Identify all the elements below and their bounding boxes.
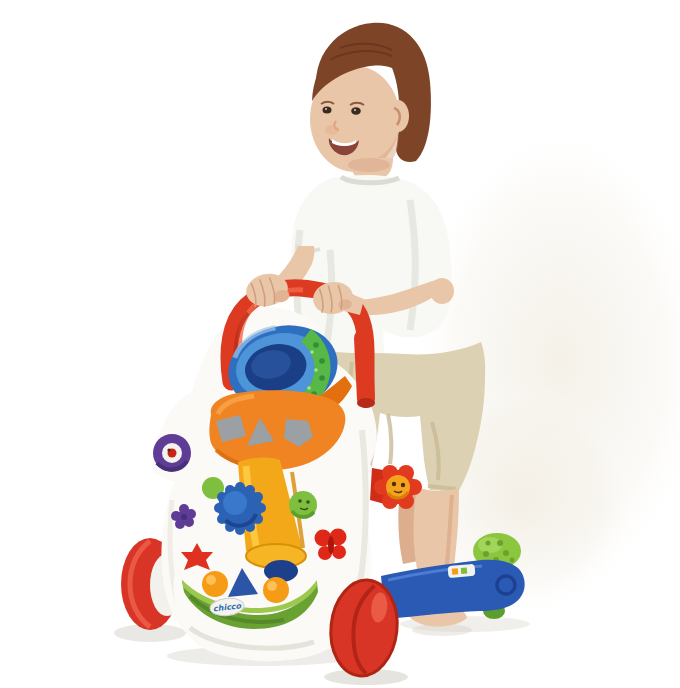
butterfly-button bbox=[315, 529, 347, 561]
neck-shadow bbox=[348, 158, 390, 172]
handle-right-tip bbox=[357, 398, 375, 408]
bar-button-chip bbox=[448, 564, 476, 578]
ladybug-wheel bbox=[153, 434, 191, 472]
orange-ball-2 bbox=[263, 577, 289, 603]
photo-canvas: chicco bbox=[0, 0, 680, 688]
product-photo: chicco bbox=[0, 0, 680, 688]
cheek bbox=[325, 125, 339, 135]
green-ball-face bbox=[289, 491, 317, 519]
ear bbox=[387, 100, 409, 132]
handle-right-leg bbox=[363, 338, 366, 399]
